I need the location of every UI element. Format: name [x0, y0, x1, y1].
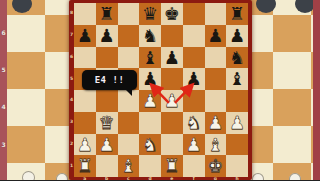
square-d8[interactable]: ♛ — [139, 3, 161, 25]
background-right-border-strip — [313, 0, 320, 180]
square-b6[interactable] — [96, 47, 118, 69]
piece-black-bishop: ♝ — [226, 68, 248, 90]
square-h5[interactable]: ♝ — [226, 68, 248, 90]
square-b2[interactable]: ♟ — [96, 134, 118, 156]
screenshot: 6543 ♜♛♚♜♟♟♞♟♟♝♟♞♟♟♝♟♟♛♞♟♟♟♟♞♟♝♜♝♜♚ 8765… — [0, 0, 320, 180]
move-bubble-text: E4 !! — [95, 75, 125, 85]
square-a8[interactable] — [74, 3, 96, 25]
square-h7[interactable]: ♟ — [226, 25, 248, 47]
square-g7[interactable]: ♟ — [205, 25, 227, 47]
square-a1[interactable]: ♜ — [74, 155, 96, 177]
piece-white-pawn: ♟ — [139, 90, 161, 112]
square-h6[interactable]: ♞ — [226, 47, 248, 69]
square-d6[interactable]: ♝ — [139, 47, 161, 69]
square-f5[interactable]: ♟ — [183, 68, 205, 90]
square-c2[interactable] — [118, 134, 140, 156]
piece-black-pawn: ♟ — [96, 25, 118, 47]
square-h8[interactable]: ♜ — [226, 3, 248, 25]
square-c3[interactable] — [118, 112, 140, 134]
background-white-piece-icon — [289, 173, 301, 180]
background-rank-label: 5 — [0, 67, 7, 73]
file-label: c — [118, 177, 140, 181]
file-label: f — [183, 177, 205, 181]
file-label: h — [226, 177, 248, 181]
background-white-piece-icon — [252, 173, 264, 180]
chess-board-frame: ♜♛♚♜♟♟♞♟♟♝♟♞♟♟♝♟♟♛♞♟♟♟♟♞♟♝♜♝♜♚ 87654321a… — [69, 0, 252, 180]
square-f4[interactable] — [183, 90, 205, 112]
piece-white-knight: ♞ — [139, 134, 161, 156]
square-a4[interactable] — [74, 90, 96, 112]
square-a6[interactable] — [74, 47, 96, 69]
file-label: a — [74, 177, 96, 181]
square-h2[interactable] — [226, 134, 248, 156]
square-g1[interactable]: ♚ — [205, 155, 227, 177]
square-e1[interactable]: ♜ — [161, 155, 183, 177]
piece-black-pawn: ♟ — [161, 47, 183, 69]
piece-black-pawn: ♟ — [183, 68, 205, 90]
piece-white-pawn: ♟ — [183, 134, 205, 156]
square-h3[interactable]: ♟ — [226, 112, 248, 134]
piece-black-knight: ♞ — [139, 25, 161, 47]
square-d3[interactable] — [139, 112, 161, 134]
square-c8[interactable] — [118, 3, 140, 25]
square-g2[interactable]: ♝ — [205, 134, 227, 156]
square-d4[interactable]: ♟ — [139, 90, 161, 112]
square-f2[interactable]: ♟ — [183, 134, 205, 156]
piece-white-knight: ♞ — [183, 112, 205, 134]
piece-black-queen: ♛ — [139, 3, 161, 25]
square-h1[interactable] — [226, 155, 248, 177]
piece-black-pawn: ♟ — [139, 68, 161, 90]
square-g4[interactable] — [205, 90, 227, 112]
piece-white-pawn: ♟ — [226, 112, 248, 134]
piece-white-king: ♚ — [205, 155, 227, 177]
square-f7[interactable] — [183, 25, 205, 47]
piece-black-bishop: ♝ — [139, 47, 161, 69]
square-d2[interactable]: ♞ — [139, 134, 161, 156]
square-e8[interactable]: ♚ — [161, 3, 183, 25]
square-f1[interactable] — [183, 155, 205, 177]
square-b7[interactable]: ♟ — [96, 25, 118, 47]
square-e6[interactable]: ♟ — [161, 47, 183, 69]
square-h4[interactable] — [226, 90, 248, 112]
background-rank-label: 6 — [0, 30, 7, 36]
square-d5[interactable]: ♟ — [139, 68, 161, 90]
piece-white-rook: ♜ — [161, 155, 183, 177]
square-f8[interactable] — [183, 3, 205, 25]
square-e4[interactable]: ♟ — [161, 90, 183, 112]
square-g8[interactable] — [205, 3, 227, 25]
square-g5[interactable] — [205, 68, 227, 90]
square-b8[interactable]: ♜ — [96, 3, 118, 25]
square-e3[interactable] — [161, 112, 183, 134]
piece-white-pawn: ♟ — [161, 90, 183, 112]
move-bubble: E4 !! — [82, 70, 137, 90]
piece-black-rook: ♜ — [96, 3, 118, 25]
piece-white-pawn: ♟ — [74, 134, 96, 156]
square-a7[interactable]: ♟ — [74, 25, 96, 47]
square-e7[interactable] — [161, 25, 183, 47]
piece-white-rook: ♜ — [74, 155, 96, 177]
background-rank-label: 4 — [0, 104, 7, 110]
square-b4[interactable] — [96, 90, 118, 112]
square-b3[interactable]: ♛ — [96, 112, 118, 134]
square-b1[interactable] — [96, 155, 118, 177]
square-d1[interactable] — [139, 155, 161, 177]
piece-black-pawn: ♟ — [226, 25, 248, 47]
square-g6[interactable] — [205, 47, 227, 69]
piece-black-knight: ♞ — [226, 47, 248, 69]
piece-black-pawn: ♟ — [205, 25, 227, 47]
file-label: b — [96, 177, 118, 181]
background-left-coordinate-strip — [0, 0, 7, 180]
square-c4[interactable] — [118, 90, 140, 112]
file-label: g — [205, 177, 227, 181]
file-label: e — [161, 177, 183, 181]
square-c7[interactable] — [118, 25, 140, 47]
background-white-piece-icon — [22, 171, 35, 180]
square-c1[interactable]: ♝ — [118, 155, 140, 177]
square-a3[interactable] — [74, 112, 96, 134]
piece-white-queen: ♛ — [96, 112, 118, 134]
piece-black-king: ♚ — [161, 3, 183, 25]
square-d7[interactable]: ♞ — [139, 25, 161, 47]
piece-white-bishop: ♝ — [205, 134, 227, 156]
piece-white-pawn: ♟ — [205, 112, 227, 134]
square-e2[interactable] — [161, 134, 183, 156]
background-white-piece-icon — [56, 173, 68, 180]
piece-black-rook: ♜ — [226, 3, 248, 25]
chess-board: ♜♛♚♜♟♟♞♟♟♝♟♞♟♟♝♟♟♛♞♟♟♟♟♞♟♝♜♝♜♚ — [74, 3, 248, 177]
square-a2[interactable]: ♟ — [74, 134, 96, 156]
piece-black-pawn: ♟ — [74, 25, 96, 47]
square-g3[interactable]: ♟ — [205, 112, 227, 134]
square-c6[interactable] — [118, 47, 140, 69]
square-f3[interactable]: ♞ — [183, 112, 205, 134]
background-rank-label: 3 — [0, 142, 7, 148]
piece-white-bishop: ♝ — [118, 155, 140, 177]
file-label: d — [139, 177, 161, 181]
square-f6[interactable] — [183, 47, 205, 69]
square-e5[interactable] — [161, 68, 183, 90]
piece-white-pawn: ♟ — [96, 134, 118, 156]
